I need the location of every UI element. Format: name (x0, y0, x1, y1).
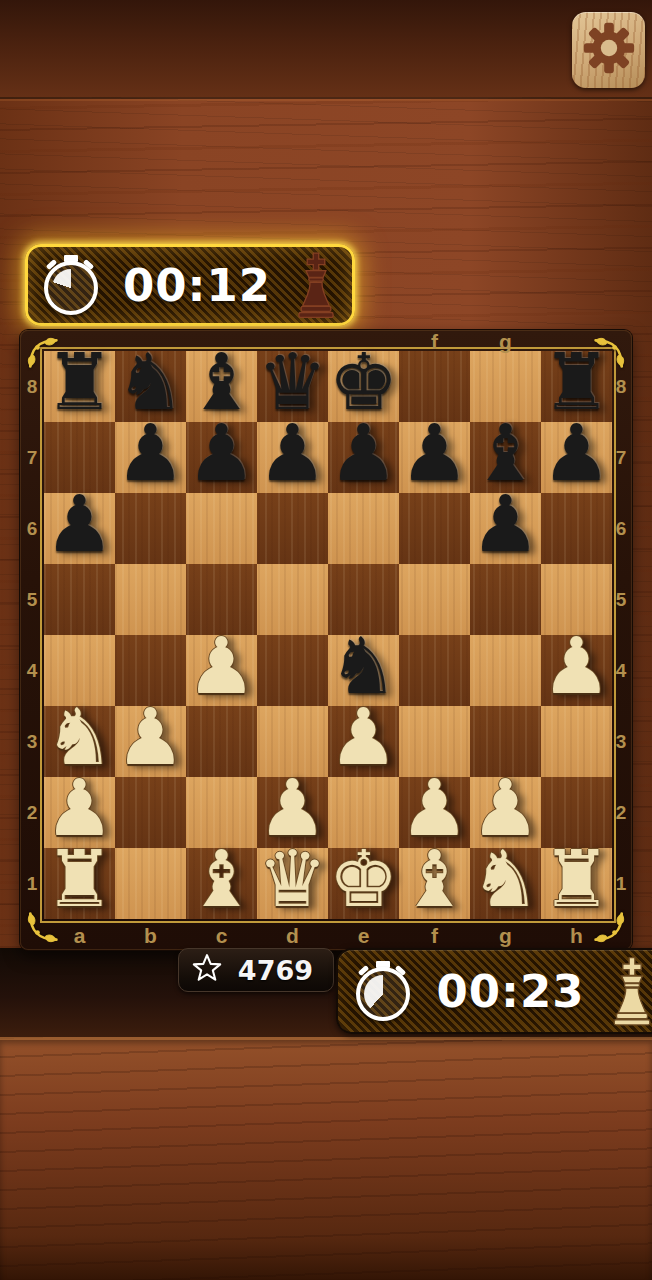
square-g1[interactable]: ♞ (470, 848, 541, 919)
white-player-timer-plaque: 00:23 (336, 948, 652, 1034)
rank-label-right-3: 3 (610, 706, 632, 777)
square-b5[interactable] (115, 564, 186, 635)
file-label-top-g: g (470, 330, 541, 350)
square-h3[interactable] (541, 706, 612, 777)
stopwatch-icon (354, 959, 412, 1023)
piece-white-knight[interactable]: ♞ (471, 840, 541, 918)
chess-board: ♜♞♝♛♚♜♟♟♟♟♟♝♟♟♟♟♞♟♞♟♟♟♟♟♟♜♝♛♚♝♞♜ fgabcde… (20, 330, 632, 950)
square-f6[interactable] (399, 493, 470, 564)
star-icon (191, 952, 223, 988)
file-label-bottom-f: f (399, 924, 470, 948)
square-h1[interactable]: ♜ (541, 848, 612, 919)
square-b1[interactable] (115, 848, 186, 919)
piece-white-pawn[interactable]: ♟ (329, 698, 399, 776)
rank-label-right-1: 1 (610, 848, 632, 919)
piece-white-pawn[interactable]: ♟ (542, 627, 612, 705)
rank-label-left-7: 7 (21, 422, 43, 493)
square-c7[interactable]: ♟ (186, 422, 257, 493)
square-b6[interactable] (115, 493, 186, 564)
square-e7[interactable]: ♟ (328, 422, 399, 493)
piece-black-pawn[interactable]: ♟ (471, 485, 541, 563)
rank-label-right-4: 4 (610, 635, 632, 706)
white-king-icon (609, 956, 652, 1026)
square-c3[interactable] (186, 706, 257, 777)
square-a8[interactable]: ♜ (44, 351, 115, 422)
square-e1[interactable]: ♚ (328, 848, 399, 919)
stopwatch-icon (42, 253, 100, 317)
piece-white-king[interactable]: ♚ (329, 840, 399, 918)
piece-white-pawn[interactable]: ♟ (187, 627, 257, 705)
square-a5[interactable] (44, 564, 115, 635)
board-squares: ♜♞♝♛♚♜♟♟♟♟♟♝♟♟♟♟♞♟♞♟♟♟♟♟♟♜♝♛♚♝♞♜ (44, 351, 612, 919)
rank-label-right-7: 7 (610, 422, 632, 493)
score-value: 4769 (238, 955, 313, 986)
square-e6[interactable] (328, 493, 399, 564)
rank-label-left-2: 2 (21, 777, 43, 848)
square-h4[interactable]: ♟ (541, 635, 612, 706)
square-f1[interactable]: ♝ (399, 848, 470, 919)
square-f7[interactable]: ♟ (399, 422, 470, 493)
piece-white-rook[interactable]: ♜ (45, 840, 115, 918)
square-g6[interactable]: ♟ (470, 493, 541, 564)
square-h7[interactable]: ♟ (541, 422, 612, 493)
square-c4[interactable]: ♟ (186, 635, 257, 706)
file-label-bottom-e: e (328, 924, 399, 948)
square-a6[interactable]: ♟ (44, 493, 115, 564)
rank-label-left-5: 5 (21, 564, 43, 635)
square-c1[interactable]: ♝ (186, 848, 257, 919)
rank-label-left-3: 3 (21, 706, 43, 777)
square-d4[interactable] (257, 635, 328, 706)
piece-white-queen[interactable]: ♛ (258, 840, 328, 918)
square-h6[interactable] (541, 493, 612, 564)
piece-white-bishop[interactable]: ♝ (400, 840, 470, 918)
table-top-band (0, 0, 652, 97)
square-g5[interactable] (470, 564, 541, 635)
gear-icon (580, 19, 638, 81)
square-a1[interactable]: ♜ (44, 848, 115, 919)
file-label-top-f: f (399, 330, 470, 350)
file-label-bottom-b: b (115, 924, 186, 948)
piece-white-bishop[interactable]: ♝ (187, 840, 257, 918)
rank-label-right-2: 2 (610, 777, 632, 848)
rank-label-left-4: 4 (21, 635, 43, 706)
black-timer-value: 00:12 (100, 259, 294, 312)
square-b2[interactable] (115, 777, 186, 848)
table-front-panel (0, 1037, 652, 1280)
piece-black-pawn[interactable]: ♟ (400, 414, 470, 492)
piece-black-rook[interactable]: ♜ (45, 343, 115, 421)
file-label-bottom-c: c (186, 924, 257, 948)
square-f4[interactable] (399, 635, 470, 706)
square-d7[interactable]: ♟ (257, 422, 328, 493)
black-king-icon (294, 252, 338, 318)
piece-black-pawn[interactable]: ♟ (116, 414, 186, 492)
rank-label-left-6: 6 (21, 493, 43, 564)
piece-white-rook[interactable]: ♜ (542, 840, 612, 918)
square-b3[interactable]: ♟ (115, 706, 186, 777)
square-d5[interactable] (257, 564, 328, 635)
piece-black-pawn[interactable]: ♟ (187, 414, 257, 492)
piece-black-pawn[interactable]: ♟ (542, 414, 612, 492)
black-player-timer-plaque: 00:12 (25, 244, 355, 326)
white-timer-value: 00:23 (412, 965, 609, 1018)
score-badge: 4769 (178, 948, 334, 992)
piece-black-pawn[interactable]: ♟ (45, 485, 115, 563)
square-c6[interactable] (186, 493, 257, 564)
rank-label-right-5: 5 (610, 564, 632, 635)
file-label-bottom-d: d (257, 924, 328, 948)
square-g4[interactable] (470, 635, 541, 706)
piece-white-pawn[interactable]: ♟ (116, 698, 186, 776)
chess-app-screen: 00:12 ♜♞♝♛♚♜♟♟♟♟♟♝♟♟♟♟♞♟♞♟♟♟♟♟♟♜♝♛♚♝♞♜ f… (0, 0, 652, 1280)
square-b7[interactable]: ♟ (115, 422, 186, 493)
square-f5[interactable] (399, 564, 470, 635)
file-label-bottom-g: g (470, 924, 541, 948)
piece-black-pawn[interactable]: ♟ (258, 414, 328, 492)
rank-label-right-6: 6 (610, 493, 632, 564)
piece-black-pawn[interactable]: ♟ (329, 414, 399, 492)
rank-label-left-1: 1 (21, 848, 43, 919)
square-d1[interactable]: ♛ (257, 848, 328, 919)
square-e3[interactable]: ♟ (328, 706, 399, 777)
settings-button[interactable] (572, 12, 645, 88)
square-d6[interactable] (257, 493, 328, 564)
